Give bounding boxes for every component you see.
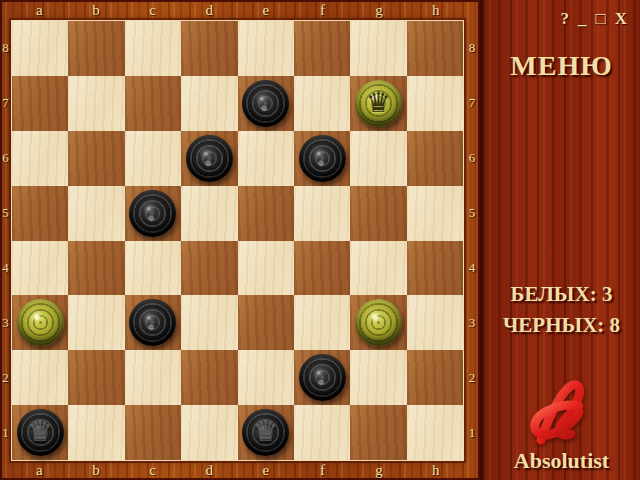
file-label-a: a [11, 0, 68, 20]
square-h7 [407, 76, 463, 131]
file-label-e: e [238, 0, 295, 20]
square-d7 [181, 76, 237, 131]
square-g3[interactable] [350, 295, 406, 350]
file-label-b: b [68, 0, 125, 20]
piece-white-man-g3[interactable] [355, 299, 402, 346]
help-button[interactable]: ? [560, 9, 569, 29]
rank-label-1: 1 [464, 406, 480, 461]
square-f1 [294, 405, 350, 460]
square-d8[interactable] [181, 21, 237, 76]
app-window: abcdefgh abcdefgh 87654321 87654321 ♛♛♛ … [0, 0, 640, 480]
square-f7 [294, 76, 350, 131]
rank-label-4: 4 [464, 241, 480, 296]
file-label-d: d [181, 461, 238, 480]
checkers-board: abcdefgh abcdefgh 87654321 87654321 ♛♛♛ [0, 0, 480, 480]
piece-black-man-c5[interactable] [129, 190, 176, 237]
file-label-f: f [294, 461, 351, 480]
square-d6[interactable] [181, 131, 237, 186]
square-f5 [294, 186, 350, 241]
file-labels-top: abcdefgh [11, 0, 464, 20]
square-g7[interactable]: ♛ [350, 76, 406, 131]
absolutist-logo-icon [519, 374, 605, 446]
absolutist-brand-text: Absolutist [483, 448, 640, 474]
file-label-d: d [181, 0, 238, 20]
board-grid: ♛♛♛ [11, 20, 464, 461]
rank-label-1: 1 [0, 406, 11, 461]
square-e1[interactable]: ♛ [238, 405, 294, 460]
rank-label-6: 6 [464, 130, 480, 185]
piece-black-man-d6[interactable] [186, 135, 233, 182]
square-h8[interactable] [407, 21, 463, 76]
file-label-c: c [124, 0, 181, 20]
square-f8[interactable] [294, 21, 350, 76]
square-d1 [181, 405, 237, 460]
square-c4 [125, 241, 181, 296]
square-f4[interactable] [294, 241, 350, 296]
file-label-h: h [407, 0, 464, 20]
piece-black-man-e7[interactable] [242, 80, 289, 127]
square-h5 [407, 186, 463, 241]
file-label-b: b [68, 461, 125, 480]
square-b3 [68, 295, 124, 350]
rank-label-7: 7 [0, 75, 11, 130]
square-d2[interactable] [181, 350, 237, 405]
square-b7 [68, 76, 124, 131]
square-b2[interactable] [68, 350, 124, 405]
minimize-button[interactable]: _ [578, 9, 587, 29]
file-label-c: c [124, 461, 181, 480]
square-c8 [125, 21, 181, 76]
piece-black-man-f2[interactable] [299, 354, 346, 401]
file-label-e: e [238, 461, 295, 480]
rank-label-6: 6 [0, 130, 11, 185]
rank-label-3: 3 [0, 296, 11, 351]
square-d5 [181, 186, 237, 241]
square-b6[interactable] [68, 131, 124, 186]
piece-black-man-f6[interactable] [299, 135, 346, 182]
crown-icon: ♛ [28, 418, 52, 445]
rank-label-4: 4 [0, 241, 11, 296]
square-a1[interactable]: ♛ [12, 405, 68, 460]
piece-black-king-e1[interactable]: ♛ [242, 409, 289, 456]
rank-label-8: 8 [464, 20, 480, 75]
square-d4[interactable] [181, 241, 237, 296]
square-c3[interactable] [125, 295, 181, 350]
square-c2 [125, 350, 181, 405]
square-g5[interactable] [350, 186, 406, 241]
square-a2 [12, 350, 68, 405]
square-c6 [125, 131, 181, 186]
square-h3 [407, 295, 463, 350]
square-c5[interactable] [125, 186, 181, 241]
square-h1 [407, 405, 463, 460]
square-f2[interactable] [294, 350, 350, 405]
rank-label-7: 7 [464, 75, 480, 130]
crown-icon: ♛ [254, 418, 278, 445]
rank-labels-right: 87654321 [464, 20, 480, 461]
piece-white-man-a3[interactable] [17, 299, 64, 346]
square-e7[interactable] [238, 76, 294, 131]
square-a5[interactable] [12, 186, 68, 241]
rank-label-8: 8 [0, 20, 11, 75]
square-h6[interactable] [407, 131, 463, 186]
square-f6[interactable] [294, 131, 350, 186]
piece-black-king-a1[interactable]: ♛ [17, 409, 64, 456]
crown-icon: ♛ [366, 89, 390, 116]
square-e3[interactable] [238, 295, 294, 350]
black-count-label: ЧЕРНЫХ: 8 [483, 310, 640, 341]
square-e5[interactable] [238, 186, 294, 241]
file-label-f: f [294, 0, 351, 20]
square-b8[interactable] [68, 21, 124, 76]
file-label-g: g [351, 0, 408, 20]
square-c7[interactable] [125, 76, 181, 131]
rank-label-3: 3 [464, 296, 480, 351]
file-label-a: a [11, 461, 68, 480]
square-h4[interactable] [407, 241, 463, 296]
rank-label-2: 2 [0, 351, 11, 406]
absolutist-logo[interactable]: Absolutist [483, 374, 640, 474]
square-f3 [294, 295, 350, 350]
square-g2 [350, 350, 406, 405]
square-a8 [12, 21, 68, 76]
square-g6 [350, 131, 406, 186]
file-label-g: g [351, 461, 408, 480]
close-button[interactable]: X [615, 9, 627, 29]
square-b4[interactable] [68, 241, 124, 296]
rank-label-5: 5 [464, 185, 480, 240]
window-controls: ? _ □ X [560, 9, 627, 29]
square-a7[interactable] [12, 76, 68, 131]
square-a3[interactable] [12, 295, 68, 350]
square-g8 [350, 21, 406, 76]
square-g1[interactable] [350, 405, 406, 460]
white-count-label: БЕЛЫХ: 3 [483, 279, 640, 310]
file-labels-bottom: abcdefgh [11, 461, 464, 480]
rank-label-2: 2 [464, 351, 480, 406]
piece-black-man-c3[interactable] [129, 299, 176, 346]
rank-label-5: 5 [0, 185, 11, 240]
square-a6 [12, 131, 68, 186]
menu-button[interactable]: МЕНЮ [483, 50, 640, 82]
square-a4 [12, 241, 68, 296]
square-e8 [238, 21, 294, 76]
square-h2[interactable] [407, 350, 463, 405]
square-c1[interactable] [125, 405, 181, 460]
rank-labels-left: 87654321 [0, 20, 11, 461]
square-d3 [181, 295, 237, 350]
piece-white-king-g7[interactable]: ♛ [355, 80, 402, 127]
square-e6 [238, 131, 294, 186]
square-b5 [68, 186, 124, 241]
side-panel: ? _ □ X МЕНЮ БЕЛЫХ: 3 ЧЕРНЫХ: 8 [480, 0, 640, 480]
piece-counts: БЕЛЫХ: 3 ЧЕРНЫХ: 8 [483, 279, 640, 341]
square-e2 [238, 350, 294, 405]
square-e4 [238, 241, 294, 296]
maximize-button[interactable]: □ [595, 9, 605, 29]
square-g4 [350, 241, 406, 296]
square-b1 [68, 405, 124, 460]
file-label-h: h [407, 461, 464, 480]
